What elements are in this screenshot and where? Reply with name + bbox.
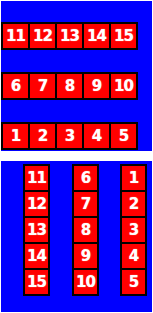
bottom-tile-6[interactable]: 6 <box>72 164 99 192</box>
bottom-tile-14[interactable]: 14 <box>23 242 50 270</box>
top-tile-2[interactable]: 2 <box>28 122 57 150</box>
bottom-tile-7[interactable]: 7 <box>72 190 99 218</box>
bottom-tile-15[interactable]: 15 <box>23 268 50 296</box>
bottom-tile-9[interactable]: 9 <box>72 242 99 270</box>
top-tile-11[interactable]: 11 <box>1 22 30 50</box>
bottom-tile-3[interactable]: 3 <box>120 216 147 244</box>
bottom-tile-2[interactable]: 2 <box>120 190 147 218</box>
bottom-tile-13[interactable]: 13 <box>23 216 50 244</box>
top-tile-8[interactable]: 8 <box>55 72 84 100</box>
top-tile-7[interactable]: 7 <box>28 72 57 100</box>
top-row-3: 1 2 3 4 5 <box>1 122 138 150</box>
top-tile-10[interactable]: 10 <box>109 72 138 100</box>
bottom-tile-4[interactable]: 4 <box>120 242 147 270</box>
top-panel: 11 12 13 14 15 6 7 8 9 10 1 2 3 4 5 <box>1 1 152 151</box>
bottom-tile-11[interactable]: 11 <box>23 164 50 192</box>
top-tile-15[interactable]: 15 <box>109 22 138 50</box>
top-tile-12[interactable]: 12 <box>28 22 57 50</box>
bottom-tile-10[interactable]: 10 <box>72 268 99 296</box>
top-tile-9[interactable]: 9 <box>82 72 111 100</box>
bottom-tile-1[interactable]: 1 <box>120 164 147 192</box>
bottom-tile-12[interactable]: 12 <box>23 190 50 218</box>
top-tile-3[interactable]: 3 <box>55 122 84 150</box>
bottom-column-1: 11 12 13 14 15 <box>23 164 50 296</box>
top-tile-1[interactable]: 1 <box>1 122 30 150</box>
top-tile-4[interactable]: 4 <box>82 122 111 150</box>
top-row-1: 11 12 13 14 15 <box>1 22 138 50</box>
top-tile-13[interactable]: 13 <box>55 22 84 50</box>
top-tile-5[interactable]: 5 <box>109 122 138 150</box>
bottom-panel: 11 12 13 14 15 6 7 8 9 10 1 2 3 4 5 <box>1 161 152 312</box>
top-tile-14[interactable]: 14 <box>82 22 111 50</box>
top-tile-6[interactable]: 6 <box>1 72 30 100</box>
bottom-column-2: 6 7 8 9 10 <box>72 164 99 296</box>
bottom-tile-5[interactable]: 5 <box>120 268 147 296</box>
bottom-column-3: 1 2 3 4 5 <box>120 164 147 296</box>
top-row-2: 6 7 8 9 10 <box>1 72 138 100</box>
bottom-tile-8[interactable]: 8 <box>72 216 99 244</box>
game-page: 11 12 13 14 15 6 7 8 9 10 1 2 3 4 5 11 1… <box>0 0 153 313</box>
